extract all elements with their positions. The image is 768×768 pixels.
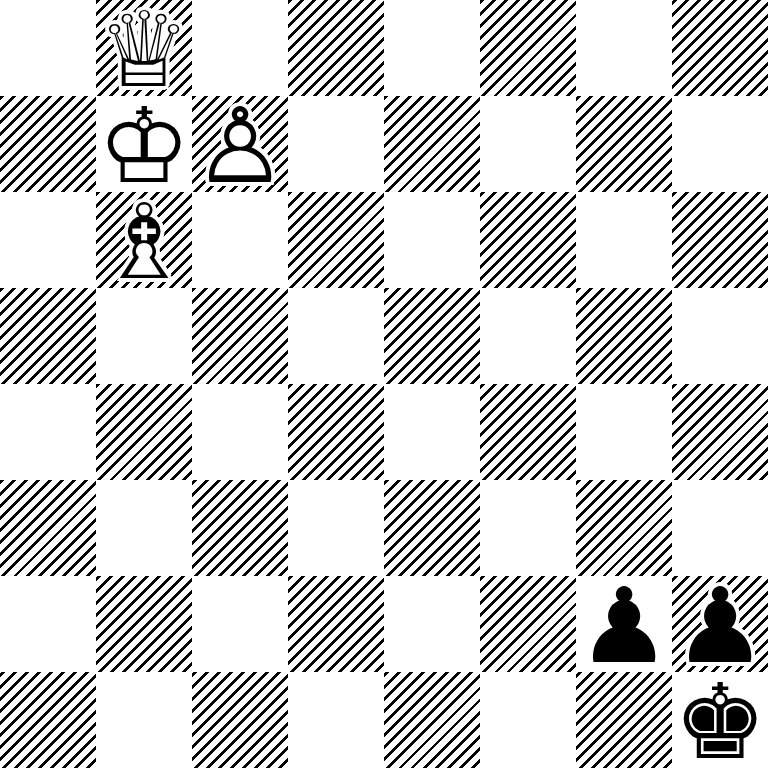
black-pawn-icon[interactable]: ♟	[576, 576, 672, 672]
square-d5[interactable]	[288, 288, 384, 384]
square-b4[interactable]	[96, 384, 192, 480]
square-c6[interactable]	[192, 192, 288, 288]
square-b1[interactable]	[96, 672, 192, 768]
square-h2[interactable]: ♟	[672, 576, 768, 672]
square-h7[interactable]	[672, 96, 768, 192]
square-f3[interactable]	[480, 480, 576, 576]
square-d4[interactable]	[288, 384, 384, 480]
square-d7[interactable]	[288, 96, 384, 192]
square-d3[interactable]	[288, 480, 384, 576]
square-e2[interactable]	[384, 576, 480, 672]
square-e3[interactable]	[384, 480, 480, 576]
square-b6[interactable]: ♝♗	[96, 192, 192, 288]
white-king-fill: ♚	[96, 98, 192, 194]
square-e5[interactable]	[384, 288, 480, 384]
square-e6[interactable]	[384, 192, 480, 288]
white-king-icon[interactable]: ♚♔	[96, 96, 192, 192]
square-f8[interactable]	[480, 0, 576, 96]
square-f5[interactable]	[480, 288, 576, 384]
square-h6[interactable]	[672, 192, 768, 288]
square-a4[interactable]	[0, 384, 96, 480]
square-a3[interactable]	[0, 480, 96, 576]
square-a7[interactable]	[0, 96, 96, 192]
square-b8[interactable]: ♛♕	[96, 0, 192, 96]
white-king-outline: ♔	[96, 98, 192, 194]
black-pawn-icon[interactable]: ♟	[672, 576, 768, 672]
black-king-icon[interactable]: ♚	[672, 672, 768, 768]
square-g3[interactable]	[576, 480, 672, 576]
square-b7[interactable]: ♚♔	[96, 96, 192, 192]
square-f1[interactable]	[480, 672, 576, 768]
white-pawn-fill: ♟	[192, 98, 288, 194]
square-g5[interactable]	[576, 288, 672, 384]
square-f4[interactable]	[480, 384, 576, 480]
square-g1[interactable]	[576, 672, 672, 768]
black-pawn-glyph: ♟	[672, 578, 768, 674]
square-e4[interactable]	[384, 384, 480, 480]
white-queen-icon[interactable]: ♛♕	[96, 0, 192, 96]
square-g2[interactable]: ♟	[576, 576, 672, 672]
square-c7[interactable]: ♟♙	[192, 96, 288, 192]
white-bishop-fill: ♝	[96, 194, 192, 290]
square-c1[interactable]	[192, 672, 288, 768]
white-queen-outline: ♕	[96, 2, 192, 98]
square-a2[interactable]	[0, 576, 96, 672]
square-a1[interactable]	[0, 672, 96, 768]
square-f7[interactable]	[480, 96, 576, 192]
square-c3[interactable]	[192, 480, 288, 576]
white-pawn-outline: ♙	[192, 98, 288, 194]
square-c5[interactable]	[192, 288, 288, 384]
square-a8[interactable]	[0, 0, 96, 96]
square-f6[interactable]	[480, 192, 576, 288]
square-a5[interactable]	[0, 288, 96, 384]
square-d2[interactable]	[288, 576, 384, 672]
square-g7[interactable]	[576, 96, 672, 192]
square-b2[interactable]	[96, 576, 192, 672]
square-d1[interactable]	[288, 672, 384, 768]
square-a6[interactable]	[0, 192, 96, 288]
white-bishop-icon[interactable]: ♝♗	[96, 192, 192, 288]
square-g4[interactable]	[576, 384, 672, 480]
square-c8[interactable]	[192, 0, 288, 96]
chess-board: ♛♕♚♔♟♙♝♗♟♟♚	[0, 0, 768, 768]
white-queen-fill: ♛	[96, 2, 192, 98]
square-g8[interactable]	[576, 0, 672, 96]
square-f2[interactable]	[480, 576, 576, 672]
square-h8[interactable]	[672, 0, 768, 96]
black-pawn-glyph: ♟	[576, 578, 672, 674]
square-c2[interactable]	[192, 576, 288, 672]
square-g6[interactable]	[576, 192, 672, 288]
square-b3[interactable]	[96, 480, 192, 576]
square-h3[interactable]	[672, 480, 768, 576]
white-pawn-icon[interactable]: ♟♙	[192, 96, 288, 192]
square-b5[interactable]	[96, 288, 192, 384]
black-king-glyph: ♚	[672, 674, 768, 768]
white-bishop-outline: ♗	[96, 194, 192, 290]
square-d8[interactable]	[288, 0, 384, 96]
square-e1[interactable]	[384, 672, 480, 768]
square-h1[interactable]: ♚	[672, 672, 768, 768]
square-e7[interactable]	[384, 96, 480, 192]
square-e8[interactable]	[384, 0, 480, 96]
square-c4[interactable]	[192, 384, 288, 480]
square-h5[interactable]	[672, 288, 768, 384]
square-h4[interactable]	[672, 384, 768, 480]
square-d6[interactable]	[288, 192, 384, 288]
